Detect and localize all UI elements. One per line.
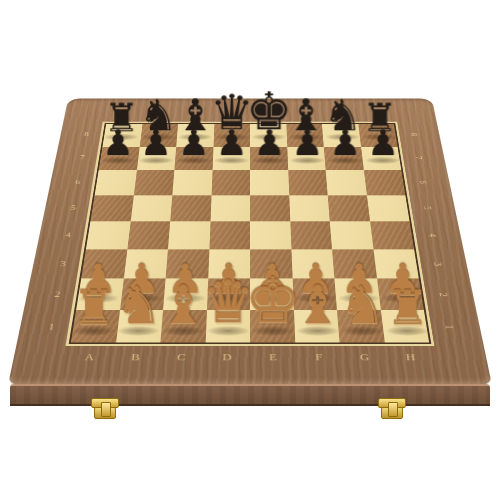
- square-h5[interactable]: [367, 195, 410, 221]
- clasp-tongue-icon: [388, 402, 398, 417]
- box-lid-edge: [10, 384, 490, 404]
- rank-label-right-8: 8: [394, 127, 433, 141]
- square-e5[interactable]: [250, 195, 290, 221]
- square-b6[interactable]: [133, 170, 174, 195]
- clasp-tongue-icon: [101, 402, 111, 417]
- square-b5[interactable]: [130, 195, 172, 221]
- file-label-b: B: [111, 349, 159, 366]
- box-lid-top: ABCDEFGH 87654321 87654321 ♜♞♝♛♚♝♞♜♟♟♟♟♟…: [8, 98, 492, 385]
- file-labels: ABCDEFGH: [65, 349, 435, 366]
- rank-label-right-6: 6: [402, 174, 444, 190]
- square-g5[interactable]: [328, 195, 370, 221]
- brass-clasp-left: [90, 397, 120, 419]
- rank-label-right-5: 5: [406, 200, 449, 217]
- file-label-g: G: [341, 349, 389, 366]
- square-e6[interactable]: [250, 170, 289, 195]
- file-label-a: A: [65, 349, 113, 366]
- square-c6[interactable]: [172, 170, 212, 195]
- file-label-h: H: [387, 349, 435, 366]
- square-g6[interactable]: [326, 170, 367, 195]
- square-d6[interactable]: [211, 170, 250, 195]
- square-d5[interactable]: [210, 195, 250, 221]
- file-label-e: E: [250, 349, 296, 366]
- box-front-face: [10, 384, 490, 432]
- rank-label-right-7: 7: [398, 150, 438, 165]
- square-a6[interactable]: [95, 170, 137, 195]
- rank-label-right-1: 1: [424, 316, 473, 337]
- file-label-f: F: [296, 349, 343, 366]
- square-f5[interactable]: [289, 195, 330, 221]
- chess-box-photo: ABCDEFGH 87654321 87654321 ♜♞♝♛♚♝♞♜♟♟♟♟♟…: [0, 0, 500, 500]
- brass-clasp-right: [377, 397, 407, 419]
- square-f6[interactable]: [288, 170, 328, 195]
- rank-label-right-2: 2: [419, 285, 466, 305]
- file-label-d: D: [204, 349, 250, 366]
- file-label-c: C: [158, 349, 205, 366]
- square-c5[interactable]: [170, 195, 211, 221]
- rank-label-right-4: 4: [410, 226, 454, 244]
- square-a5[interactable]: [90, 195, 133, 221]
- rank-label-right-3: 3: [415, 255, 461, 274]
- square-h6[interactable]: [363, 170, 405, 195]
- box-base-edge: [10, 406, 490, 432]
- rank-label-left-5: 5: [58, 195, 88, 222]
- rank-label-left-6: 6: [63, 170, 92, 195]
